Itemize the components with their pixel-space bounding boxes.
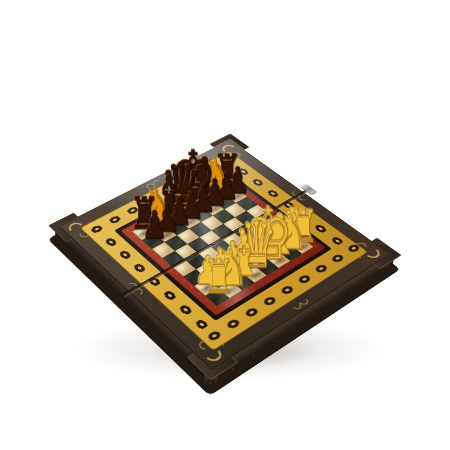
photo-background: ♜♞♝♛♚♝♞♜♟♟♟♟♟♟♟♟♟♟♟♟♟♟♟♟♜♞♝♛♚♝♞♜ [0,0,450,450]
perspective-scene: ♜♞♝♛♚♝♞♜♟♟♟♟♟♟♟♟♟♟♟♟♟♟♟♟♜♞♝♛♚♝♞♜ [0,0,450,450]
chess-board-case: ♜♞♝♛♚♝♞♜♟♟♟♟♟♟♟♟♟♟♟♟♟♟♟♟♜♞♝♛♚♝♞♜ [59,139,390,370]
white-rook: ♜ [203,253,235,300]
black-pawn: ♟ [141,206,167,244]
